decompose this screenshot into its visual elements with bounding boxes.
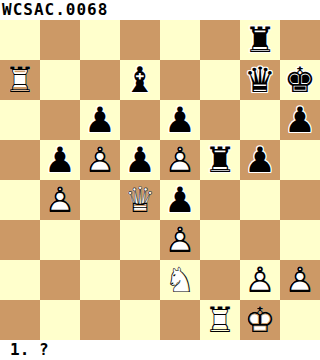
square-e1[interactable] <box>160 300 200 340</box>
square-h3[interactable] <box>280 220 320 260</box>
square-e3[interactable]: ♟♙ <box>160 220 200 260</box>
piece-black-bishop[interactable]: ♝ <box>124 63 155 98</box>
square-h4[interactable] <box>280 180 320 220</box>
diagram-title: WCSAC.0068 <box>0 0 320 20</box>
square-a1[interactable] <box>0 300 40 340</box>
piece-white-pawn[interactable]: ♟♙ <box>244 263 275 298</box>
square-g8[interactable]: ♜ <box>240 20 280 60</box>
chess-board: ♜♜♖♝♛♚♟♟♟♟♟♙♟♟♙♜♟♟♙♛♕♟♟♙♞♘♟♙♟♙♜♖♚♔ <box>0 20 320 340</box>
square-b3[interactable] <box>40 220 80 260</box>
piece-white-pawn[interactable]: ♟♙ <box>284 263 315 298</box>
piece-white-pawn[interactable]: ♟♙ <box>84 143 115 178</box>
square-d4[interactable]: ♛♕ <box>120 180 160 220</box>
square-b1[interactable] <box>40 300 80 340</box>
square-f8[interactable] <box>200 20 240 60</box>
square-a6[interactable] <box>0 100 40 140</box>
square-f4[interactable] <box>200 180 240 220</box>
square-g5[interactable]: ♟ <box>240 140 280 180</box>
square-c1[interactable] <box>80 300 120 340</box>
piece-black-pawn[interactable]: ♟ <box>164 103 195 138</box>
piece-black-pawn[interactable]: ♟ <box>244 143 275 178</box>
square-f2[interactable] <box>200 260 240 300</box>
square-c2[interactable] <box>80 260 120 300</box>
square-g4[interactable] <box>240 180 280 220</box>
square-e5[interactable]: ♟♙ <box>160 140 200 180</box>
square-g3[interactable] <box>240 220 280 260</box>
square-b5[interactable]: ♟ <box>40 140 80 180</box>
square-f1[interactable]: ♜♖ <box>200 300 240 340</box>
move-prompt: 1. ? <box>0 340 320 360</box>
square-h1[interactable] <box>280 300 320 340</box>
square-h2[interactable]: ♟♙ <box>280 260 320 300</box>
piece-white-pawn[interactable]: ♟♙ <box>164 223 195 258</box>
piece-black-king[interactable]: ♚ <box>284 63 315 98</box>
piece-black-rook[interactable]: ♜ <box>244 23 275 58</box>
square-h6[interactable]: ♟ <box>280 100 320 140</box>
square-h5[interactable] <box>280 140 320 180</box>
square-b4[interactable]: ♟♙ <box>40 180 80 220</box>
piece-white-king[interactable]: ♚♔ <box>244 303 275 338</box>
piece-black-pawn[interactable]: ♟ <box>84 103 115 138</box>
square-h7[interactable]: ♚ <box>280 60 320 100</box>
piece-white-knight[interactable]: ♞♘ <box>164 263 195 298</box>
piece-black-pawn[interactable]: ♟ <box>164 183 195 218</box>
square-f6[interactable] <box>200 100 240 140</box>
square-f5[interactable]: ♜ <box>200 140 240 180</box>
square-e8[interactable] <box>160 20 200 60</box>
square-b8[interactable] <box>40 20 80 60</box>
square-e7[interactable] <box>160 60 200 100</box>
square-h8[interactable] <box>280 20 320 60</box>
square-g7[interactable]: ♛ <box>240 60 280 100</box>
square-d7[interactable]: ♝ <box>120 60 160 100</box>
square-a4[interactable] <box>0 180 40 220</box>
square-f3[interactable] <box>200 220 240 260</box>
piece-black-pawn[interactable]: ♟ <box>44 143 75 178</box>
square-f7[interactable] <box>200 60 240 100</box>
piece-black-queen[interactable]: ♛ <box>244 63 275 98</box>
square-e2[interactable]: ♞♘ <box>160 260 200 300</box>
piece-white-pawn[interactable]: ♟♙ <box>164 143 195 178</box>
square-d3[interactable] <box>120 220 160 260</box>
square-d8[interactable] <box>120 20 160 60</box>
square-c7[interactable] <box>80 60 120 100</box>
square-b2[interactable] <box>40 260 80 300</box>
square-d6[interactable] <box>120 100 160 140</box>
square-c4[interactable] <box>80 180 120 220</box>
piece-white-queen[interactable]: ♛♕ <box>124 183 155 218</box>
square-c3[interactable] <box>80 220 120 260</box>
piece-black-pawn[interactable]: ♟ <box>124 143 155 178</box>
square-b6[interactable] <box>40 100 80 140</box>
square-c5[interactable]: ♟♙ <box>80 140 120 180</box>
square-a3[interactable] <box>0 220 40 260</box>
piece-white-rook[interactable]: ♜♖ <box>204 303 235 338</box>
square-d2[interactable] <box>120 260 160 300</box>
square-a7[interactable]: ♜♖ <box>0 60 40 100</box>
piece-white-pawn[interactable]: ♟♙ <box>44 183 75 218</box>
square-a5[interactable] <box>0 140 40 180</box>
square-a8[interactable] <box>0 20 40 60</box>
chess-diagram-screen: WCSAC.0068 ♜♜♖♝♛♚♟♟♟♟♟♙♟♟♙♜♟♟♙♛♕♟♟♙♞♘♟♙♟… <box>0 0 320 360</box>
square-e4[interactable]: ♟ <box>160 180 200 220</box>
piece-black-pawn[interactable]: ♟ <box>284 103 315 138</box>
square-g6[interactable] <box>240 100 280 140</box>
square-d5[interactable]: ♟ <box>120 140 160 180</box>
square-c6[interactable]: ♟ <box>80 100 120 140</box>
square-g1[interactable]: ♚♔ <box>240 300 280 340</box>
square-a2[interactable] <box>0 260 40 300</box>
square-e6[interactable]: ♟ <box>160 100 200 140</box>
square-g2[interactable]: ♟♙ <box>240 260 280 300</box>
square-c8[interactable] <box>80 20 120 60</box>
square-b7[interactable] <box>40 60 80 100</box>
square-d1[interactable] <box>120 300 160 340</box>
piece-black-rook[interactable]: ♜ <box>204 143 235 178</box>
piece-white-rook[interactable]: ♜♖ <box>4 63 35 98</box>
